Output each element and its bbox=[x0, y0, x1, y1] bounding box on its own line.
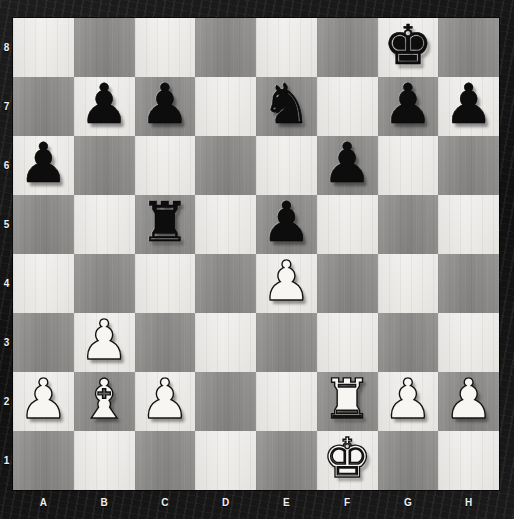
square-h7[interactable]: ♟ bbox=[438, 77, 499, 136]
square-g4[interactable] bbox=[378, 254, 439, 313]
file-label-c: C bbox=[135, 490, 196, 519]
rank-label-6: 6 bbox=[0, 136, 13, 195]
square-e1[interactable] bbox=[256, 431, 317, 490]
square-g7[interactable]: ♟ bbox=[378, 77, 439, 136]
black-pawn: ♟ bbox=[383, 75, 432, 134]
rank-labels: 87654321 bbox=[0, 18, 13, 490]
square-e4[interactable]: ♟ bbox=[256, 254, 317, 313]
white-pawn: ♟ bbox=[140, 370, 189, 429]
square-a3[interactable] bbox=[13, 313, 74, 372]
square-f3[interactable] bbox=[317, 313, 378, 372]
square-f2[interactable]: ♜ bbox=[317, 372, 378, 431]
square-g5[interactable] bbox=[378, 195, 439, 254]
square-e5[interactable]: ♟ bbox=[256, 195, 317, 254]
square-d3[interactable] bbox=[195, 313, 256, 372]
square-e8[interactable] bbox=[256, 18, 317, 77]
square-c2[interactable]: ♟ bbox=[135, 372, 196, 431]
square-d2[interactable] bbox=[195, 372, 256, 431]
black-knight: ♞ bbox=[262, 75, 311, 134]
square-e7[interactable]: ♞ bbox=[256, 77, 317, 136]
square-b8[interactable] bbox=[74, 18, 135, 77]
square-h8[interactable] bbox=[438, 18, 499, 77]
black-rook: ♜ bbox=[140, 193, 189, 252]
square-d8[interactable] bbox=[195, 18, 256, 77]
square-d6[interactable] bbox=[195, 136, 256, 195]
rank-label-2: 2 bbox=[0, 372, 13, 431]
square-a6[interactable]: ♟ bbox=[13, 136, 74, 195]
square-f7[interactable] bbox=[317, 77, 378, 136]
square-b4[interactable] bbox=[74, 254, 135, 313]
white-pawn: ♟ bbox=[19, 370, 68, 429]
file-label-g: G bbox=[378, 490, 439, 519]
square-e2[interactable] bbox=[256, 372, 317, 431]
rank-label-8: 8 bbox=[0, 18, 13, 77]
square-d7[interactable] bbox=[195, 77, 256, 136]
square-a5[interactable] bbox=[13, 195, 74, 254]
square-g3[interactable] bbox=[378, 313, 439, 372]
rank-label-1: 1 bbox=[0, 431, 13, 490]
square-b5[interactable] bbox=[74, 195, 135, 254]
square-h6[interactable] bbox=[438, 136, 499, 195]
square-f8[interactable] bbox=[317, 18, 378, 77]
black-pawn: ♟ bbox=[322, 134, 371, 193]
black-pawn: ♟ bbox=[79, 75, 128, 134]
square-d1[interactable] bbox=[195, 431, 256, 490]
square-a7[interactable] bbox=[13, 77, 74, 136]
square-c5[interactable]: ♜ bbox=[135, 195, 196, 254]
white-rook: ♜ bbox=[322, 370, 371, 429]
square-a4[interactable] bbox=[13, 254, 74, 313]
white-pawn: ♟ bbox=[444, 370, 493, 429]
white-bishop: ♝ bbox=[79, 370, 128, 429]
square-c6[interactable] bbox=[135, 136, 196, 195]
file-labels: ABCDEFGH bbox=[13, 490, 499, 519]
square-b6[interactable] bbox=[74, 136, 135, 195]
rank-label-4: 4 bbox=[0, 254, 13, 313]
file-label-e: E bbox=[256, 490, 317, 519]
square-g8[interactable]: ♚ bbox=[378, 18, 439, 77]
rank-label-5: 5 bbox=[0, 195, 13, 254]
white-king: ♚ bbox=[322, 429, 371, 488]
white-pawn: ♟ bbox=[79, 311, 128, 370]
square-g1[interactable] bbox=[378, 431, 439, 490]
black-pawn: ♟ bbox=[19, 134, 68, 193]
square-b7[interactable]: ♟ bbox=[74, 77, 135, 136]
black-pawn: ♟ bbox=[140, 75, 189, 134]
black-pawn: ♟ bbox=[444, 75, 493, 134]
square-c7[interactable]: ♟ bbox=[135, 77, 196, 136]
square-d4[interactable] bbox=[195, 254, 256, 313]
black-king: ♚ bbox=[383, 16, 432, 75]
file-label-a: A bbox=[13, 490, 74, 519]
square-h1[interactable] bbox=[438, 431, 499, 490]
chess-board: ♚♟♟♞♟♟♟♟♜♟♟♟♟♝♟♜♟♟♚ bbox=[13, 18, 499, 490]
file-label-h: H bbox=[438, 490, 499, 519]
square-c1[interactable] bbox=[135, 431, 196, 490]
square-e3[interactable] bbox=[256, 313, 317, 372]
white-pawn: ♟ bbox=[383, 370, 432, 429]
file-label-d: D bbox=[195, 490, 256, 519]
rank-label-3: 3 bbox=[0, 313, 13, 372]
square-h3[interactable] bbox=[438, 313, 499, 372]
square-h2[interactable]: ♟ bbox=[438, 372, 499, 431]
square-f6[interactable]: ♟ bbox=[317, 136, 378, 195]
square-h4[interactable] bbox=[438, 254, 499, 313]
square-a2[interactable]: ♟ bbox=[13, 372, 74, 431]
square-c4[interactable] bbox=[135, 254, 196, 313]
square-f4[interactable] bbox=[317, 254, 378, 313]
square-a8[interactable] bbox=[13, 18, 74, 77]
square-c3[interactable] bbox=[135, 313, 196, 372]
square-g6[interactable] bbox=[378, 136, 439, 195]
square-c8[interactable] bbox=[135, 18, 196, 77]
square-b2[interactable]: ♝ bbox=[74, 372, 135, 431]
square-f1[interactable]: ♚ bbox=[317, 431, 378, 490]
square-b1[interactable] bbox=[74, 431, 135, 490]
square-b3[interactable]: ♟ bbox=[74, 313, 135, 372]
black-pawn: ♟ bbox=[262, 193, 311, 252]
square-d5[interactable] bbox=[195, 195, 256, 254]
square-e6[interactable] bbox=[256, 136, 317, 195]
rank-label-7: 7 bbox=[0, 77, 13, 136]
square-g2[interactable]: ♟ bbox=[378, 372, 439, 431]
square-a1[interactable] bbox=[13, 431, 74, 490]
square-f5[interactable] bbox=[317, 195, 378, 254]
file-label-b: B bbox=[74, 490, 135, 519]
square-h5[interactable] bbox=[438, 195, 499, 254]
chess-diagram: 87654321 ♚♟♟♞♟♟♟♟♜♟♟♟♟♝♟♜♟♟♚ ABCDEFGH bbox=[0, 0, 514, 519]
white-pawn: ♟ bbox=[262, 252, 311, 311]
file-label-f: F bbox=[317, 490, 378, 519]
